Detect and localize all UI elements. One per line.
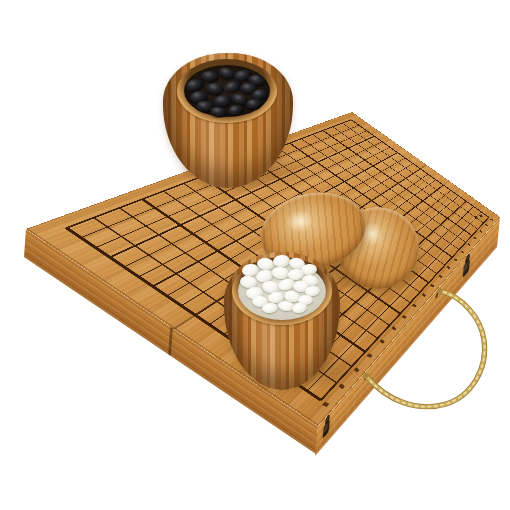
black-stone xyxy=(209,106,227,118)
product-photo xyxy=(0,0,510,510)
white-stones xyxy=(238,254,326,320)
black-stone xyxy=(246,98,263,109)
white-stone xyxy=(262,302,279,314)
black-stones-bowl xyxy=(163,53,293,188)
white-stone xyxy=(273,254,291,267)
white-stone xyxy=(272,266,290,279)
black-stone xyxy=(227,103,245,116)
white-stones-bowl xyxy=(224,252,340,390)
white-stone xyxy=(291,302,308,314)
black-stones xyxy=(184,65,270,117)
